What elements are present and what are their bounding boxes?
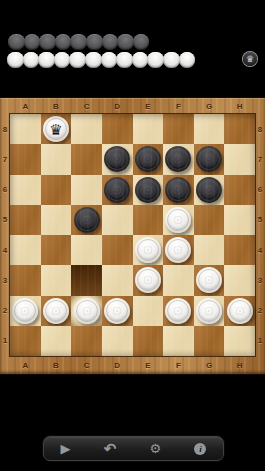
rank-label-1: 1: [255, 326, 265, 356]
piece-black-man[interactable]: [165, 146, 191, 172]
square-c1[interactable]: [71, 326, 102, 356]
piece-black-man[interactable]: [104, 177, 130, 203]
tray-piece-white: [54, 52, 71, 69]
square-d8[interactable]: [102, 114, 133, 144]
square-e4[interactable]: [133, 235, 164, 265]
square-g8[interactable]: [194, 114, 225, 144]
rank-label-5: 5: [255, 205, 265, 235]
file-label-b: B: [41, 357, 72, 373]
square-g4[interactable]: [194, 235, 225, 265]
rank-label-8: 8: [0, 114, 10, 144]
tray-piece-white: [116, 52, 133, 69]
tray-piece-white: [163, 52, 180, 69]
tray-black-pieces: [8, 34, 148, 51]
checkers-board: ABCDEFGH ABCDEFGH 87654321 87654321 ♛: [0, 97, 265, 375]
square-b6[interactable]: [41, 175, 72, 205]
tray-piece-black: [70, 34, 87, 51]
rank-label-7: 7: [0, 144, 10, 174]
tray-piece-black: [86, 34, 103, 51]
square-c7[interactable]: [71, 144, 102, 174]
rank-label-1: 1: [0, 326, 10, 356]
square-h1[interactable]: [224, 326, 255, 356]
file-label-c: C: [71, 98, 102, 114]
tray-piece-white: [101, 52, 118, 69]
square-b7[interactable]: [41, 144, 72, 174]
file-label-d: D: [102, 98, 133, 114]
square-g2[interactable]: [194, 296, 225, 326]
square-e2[interactable]: [133, 296, 164, 326]
piece-black-man[interactable]: [196, 177, 222, 203]
square-a3[interactable]: [10, 265, 41, 295]
king-indicator: ♛: [243, 52, 257, 66]
square-h6[interactable]: [224, 175, 255, 205]
square-a7[interactable]: [10, 144, 41, 174]
file-label-h: H: [224, 98, 255, 114]
square-f3[interactable]: [163, 265, 194, 295]
square-b5[interactable]: [41, 205, 72, 235]
square-b3[interactable]: [41, 265, 72, 295]
square-f4[interactable]: [163, 235, 194, 265]
board-squares: ♛: [10, 114, 255, 356]
square-d5[interactable]: [102, 205, 133, 235]
tray-piece-black: [133, 34, 150, 51]
square-h7[interactable]: [224, 144, 255, 174]
square-e6[interactable]: [133, 175, 164, 205]
tray-piece-white: [23, 52, 40, 69]
file-labels-bottom: ABCDEFGH: [10, 357, 255, 373]
piece-black-man[interactable]: [74, 207, 100, 233]
file-label-b: B: [41, 98, 72, 114]
info-button[interactable]: i: [194, 443, 206, 455]
square-b2[interactable]: [41, 296, 72, 326]
square-d3[interactable]: [102, 265, 133, 295]
square-c4[interactable]: [71, 235, 102, 265]
piece-white-man[interactable]: [74, 298, 100, 324]
rank-label-5: 5: [0, 205, 10, 235]
square-h8[interactable]: [224, 114, 255, 144]
piece-white-man[interactable]: [196, 298, 222, 324]
file-label-c: C: [71, 357, 102, 373]
file-label-g: G: [194, 98, 225, 114]
file-label-d: D: [102, 357, 133, 373]
square-b4[interactable]: [41, 235, 72, 265]
square-c2[interactable]: [71, 296, 102, 326]
file-label-e: E: [133, 98, 164, 114]
file-label-f: F: [163, 357, 194, 373]
tray-piece-white: [85, 52, 102, 69]
square-c3[interactable]: [71, 265, 102, 295]
square-d1[interactable]: [102, 326, 133, 356]
file-label-a: A: [10, 357, 41, 373]
piece-black-man[interactable]: [165, 177, 191, 203]
square-c8[interactable]: [71, 114, 102, 144]
piece-white-man[interactable]: [165, 298, 191, 324]
checkers-app: ♛ ABCDEFGH ABCDEFGH 87654321 87654321 ♛ …: [0, 0, 265, 471]
piece-white-man[interactable]: [43, 298, 69, 324]
piece-black-man[interactable]: [104, 146, 130, 172]
tray-piece-white: [179, 52, 196, 69]
square-g1[interactable]: [194, 326, 225, 356]
piece-black-man[interactable]: [135, 146, 161, 172]
square-a2[interactable]: [10, 296, 41, 326]
square-a4[interactable]: [10, 235, 41, 265]
rank-label-4: 4: [0, 235, 10, 265]
file-labels-top: ABCDEFGH: [10, 98, 255, 114]
crown-icon: ♛: [246, 55, 254, 64]
file-label-g: G: [194, 357, 225, 373]
square-e1[interactable]: [133, 326, 164, 356]
settings-button[interactable]: ⚙: [150, 442, 162, 455]
tray-piece-white: [147, 52, 164, 69]
toolbar: ▶ ↶ ⚙ i: [43, 436, 224, 461]
tray-piece-black: [55, 34, 72, 51]
piece-black-man[interactable]: [135, 177, 161, 203]
piece-white-man[interactable]: [12, 298, 38, 324]
tray-piece-black: [8, 34, 25, 51]
tray-white-pieces: [7, 52, 194, 69]
rank-label-7: 7: [255, 144, 265, 174]
piece-white-man[interactable]: [135, 267, 161, 293]
undo-button[interactable]: ↶: [104, 442, 117, 455]
square-g5[interactable]: [194, 205, 225, 235]
square-b8[interactable]: ♛: [41, 114, 72, 144]
file-label-f: F: [163, 98, 194, 114]
square-d2[interactable]: [102, 296, 133, 326]
square-e8[interactable]: [133, 114, 164, 144]
piece-white-king[interactable]: ♛: [43, 116, 69, 142]
crown-icon: ♛: [49, 122, 62, 137]
square-b1[interactable]: [41, 326, 72, 356]
piece-black-man[interactable]: [196, 146, 222, 172]
square-h4[interactable]: [224, 235, 255, 265]
tray-piece-black: [24, 34, 41, 51]
piece-white-man[interactable]: [165, 207, 191, 233]
tray-piece-white: [7, 52, 24, 69]
square-a6[interactable]: [10, 175, 41, 205]
square-e3[interactable]: [133, 265, 164, 295]
rank-label-6: 6: [255, 175, 265, 205]
square-d7[interactable]: [102, 144, 133, 174]
rank-label-3: 3: [0, 265, 10, 295]
tray-piece-black: [102, 34, 119, 51]
square-e5[interactable]: [133, 205, 164, 235]
tray-piece-white: [132, 52, 149, 69]
tray-piece-black: [117, 34, 134, 51]
rank-label-3: 3: [255, 265, 265, 295]
square-c6[interactable]: [71, 175, 102, 205]
rank-labels-right: 87654321: [255, 114, 265, 356]
rank-label-8: 8: [255, 114, 265, 144]
square-f6[interactable]: [163, 175, 194, 205]
piece-white-man[interactable]: [104, 298, 130, 324]
square-f5[interactable]: [163, 205, 194, 235]
rank-label-2: 2: [0, 296, 10, 326]
rank-label-2: 2: [255, 296, 265, 326]
tray-piece-white: [38, 52, 55, 69]
rank-label-6: 6: [0, 175, 10, 205]
square-a5[interactable]: [10, 205, 41, 235]
piece-white-man[interactable]: [165, 237, 191, 263]
square-f2[interactable]: [163, 296, 194, 326]
piece-white-man[interactable]: [196, 267, 222, 293]
square-h3[interactable]: [224, 265, 255, 295]
square-c5[interactable]: [71, 205, 102, 235]
square-a8[interactable]: [10, 114, 41, 144]
piece-white-man[interactable]: [227, 298, 253, 324]
square-f1[interactable]: [163, 326, 194, 356]
square-h5[interactable]: [224, 205, 255, 235]
rank-label-4: 4: [255, 235, 265, 265]
square-g7[interactable]: [194, 144, 225, 174]
square-g6[interactable]: [194, 175, 225, 205]
rank-labels-left: 87654321: [0, 114, 10, 356]
file-label-a: A: [10, 98, 41, 114]
square-d4[interactable]: [102, 235, 133, 265]
square-g3[interactable]: [194, 265, 225, 295]
play-button[interactable]: ▶: [61, 442, 71, 455]
tray-piece-black: [39, 34, 56, 51]
square-f7[interactable]: [163, 144, 194, 174]
file-label-e: E: [133, 357, 164, 373]
square-e7[interactable]: [133, 144, 164, 174]
piece-white-man[interactable]: [135, 237, 161, 263]
square-a1[interactable]: [10, 326, 41, 356]
square-d6[interactable]: [102, 175, 133, 205]
tray-piece-white: [69, 52, 86, 69]
square-f8[interactable]: [163, 114, 194, 144]
square-h2[interactable]: [224, 296, 255, 326]
file-label-h: H: [224, 357, 255, 373]
